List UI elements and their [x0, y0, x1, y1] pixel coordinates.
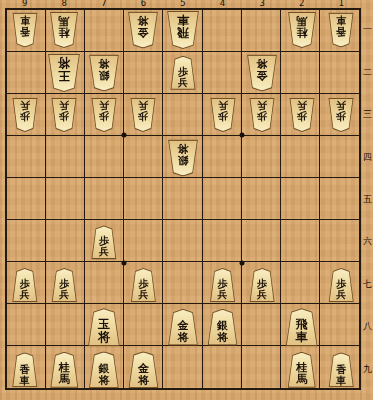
piece-face: 銀 将: [89, 55, 118, 90]
board-cell-2二[interactable]: [281, 52, 320, 94]
piece-kanji: 銀 将: [98, 362, 109, 386]
piece-face: 金 将: [129, 352, 158, 387]
piece-kanji: 歩 兵: [59, 278, 69, 300]
rank-label-8: 八: [363, 321, 372, 331]
piece-kanji: 歩 兵: [218, 100, 228, 122]
board-cell-4一[interactable]: [203, 10, 242, 52]
piece-face: 桂 馬: [288, 353, 315, 387]
piece-kanji: 金 将: [257, 56, 268, 80]
board-cell-3六[interactable]: [242, 220, 281, 262]
piece-kanji: 歩 兵: [257, 278, 267, 300]
piece-face: 飛 車: [168, 12, 199, 48]
piece-face: 歩 兵: [92, 99, 116, 131]
piece-kanji: 香 車: [336, 15, 346, 37]
board-cell-6五[interactable]: [124, 178, 163, 220]
rank-label-4: 四: [363, 152, 372, 162]
file-label-8: 8: [62, 0, 67, 8]
piece-face: 歩 兵: [52, 269, 76, 301]
board-cell-6六[interactable]: [124, 220, 163, 262]
piece-kanji: 銀 将: [217, 320, 228, 344]
board-cell-6二[interactable]: [124, 52, 163, 94]
piece-face: 銀 将: [208, 310, 237, 345]
file-label-6: 6: [141, 0, 146, 8]
piece-kanji: 飛 車: [177, 13, 189, 39]
board-cell-9二[interactable]: [7, 52, 46, 94]
board-cell-1四[interactable]: [320, 136, 359, 178]
file-label-4: 4: [220, 0, 225, 8]
board-cell-1八[interactable]: [320, 304, 359, 346]
piece-kanji: 歩 兵: [99, 100, 109, 122]
star-point: [240, 133, 245, 138]
board-cell-9八[interactable]: [7, 304, 46, 346]
piece-face: 香 車: [13, 353, 37, 386]
board-cell-4四[interactable]: [203, 136, 242, 178]
board-cell-6八[interactable]: [124, 304, 163, 346]
piece-face: 歩 兵: [250, 269, 274, 301]
board-cell-1五[interactable]: [320, 178, 359, 220]
piece-face: 歩 兵: [171, 57, 195, 89]
board-cell-5七[interactable]: [163, 262, 202, 304]
piece-kanji: 桂 馬: [296, 362, 307, 386]
rank-label-9: 九: [363, 364, 372, 374]
piece-kanji: 歩 兵: [59, 100, 69, 122]
piece-face: 歩 兵: [211, 269, 235, 301]
piece-face: 金 将: [248, 55, 277, 90]
piece-kanji: 玉 将: [98, 318, 110, 344]
piece-face: 玉 将: [88, 309, 119, 345]
piece-kanji: 歩 兵: [336, 100, 346, 122]
piece-kanji: 歩 兵: [138, 278, 148, 300]
rank-label-1: 一: [363, 24, 372, 34]
board-cell-9六[interactable]: [7, 220, 46, 262]
rank-label-7: 七: [363, 279, 372, 289]
file-label-2: 2: [299, 0, 304, 8]
piece-face: 歩 兵: [92, 226, 116, 258]
board-cell-4二[interactable]: [203, 52, 242, 94]
board-cell-7七[interactable]: [85, 262, 124, 304]
piece-kanji: 桂 馬: [59, 362, 70, 386]
piece-face: 歩 兵: [131, 269, 155, 301]
piece-kanji: 桂 馬: [59, 14, 70, 38]
piece-face: 歩 兵: [329, 269, 353, 301]
board-cell-8五[interactable]: [46, 178, 85, 220]
piece-kanji: 飛 車: [296, 318, 308, 344]
piece-face: 香 車: [13, 14, 37, 47]
star-point: [121, 133, 126, 138]
board-cell-4六[interactable]: [203, 220, 242, 262]
piece-kanji: 歩 兵: [178, 66, 188, 88]
piece-face: 歩 兵: [13, 269, 37, 301]
board-cell-1六[interactable]: [320, 220, 359, 262]
rank-label-2: 二: [363, 67, 372, 77]
piece-face: 金 将: [169, 310, 198, 345]
shogi-app-screen: 987654321一二三四五六七八九香 車桂 馬金 将飛 車桂 馬香 車王 将銀…: [0, 0, 373, 400]
board-cell-4九[interactable]: [203, 346, 242, 388]
piece-kanji: 桂 馬: [296, 14, 307, 38]
board-cell-3五[interactable]: [242, 178, 281, 220]
piece-face: 銀 将: [169, 140, 198, 175]
piece-face: 香 車: [329, 353, 353, 386]
board-cell-5九[interactable]: [163, 346, 202, 388]
piece-kanji: 王 将: [58, 56, 70, 82]
board-cell-3九[interactable]: [242, 346, 281, 388]
rank-label-3: 三: [363, 109, 372, 119]
piece-face: 飛 車: [286, 309, 317, 345]
star-point: [121, 260, 126, 265]
board-cell-2五[interactable]: [281, 178, 320, 220]
board-cell-9四[interactable]: [7, 136, 46, 178]
board-cell-3八[interactable]: [242, 304, 281, 346]
piece-kanji: 銀 将: [98, 56, 109, 80]
piece-face: 銀 将: [89, 352, 118, 387]
board-cell-7五[interactable]: [85, 178, 124, 220]
file-label-7: 7: [101, 0, 106, 8]
rank-label-5: 五: [363, 194, 372, 204]
board-cell-6四[interactable]: [124, 136, 163, 178]
board-cell-8六[interactable]: [46, 220, 85, 262]
star-point: [240, 260, 245, 265]
piece-kanji: 歩 兵: [20, 278, 30, 300]
board-cell-8八[interactable]: [46, 304, 85, 346]
piece-face: 桂 馬: [51, 353, 78, 387]
piece-kanji: 歩 兵: [218, 278, 228, 300]
file-label-9: 9: [22, 0, 27, 8]
piece-kanji: 金 将: [138, 14, 149, 38]
piece-kanji: 歩 兵: [20, 100, 30, 122]
piece-face: 香 車: [329, 14, 353, 47]
piece-kanji: 香 車: [336, 363, 346, 385]
board-cell-7四[interactable]: [85, 136, 124, 178]
board-cell-3四[interactable]: [242, 136, 281, 178]
board-cell-4五[interactable]: [203, 178, 242, 220]
piece-kanji: 歩 兵: [138, 100, 148, 122]
file-label-3: 3: [259, 0, 264, 8]
board-cell-9五[interactable]: [7, 178, 46, 220]
piece-kanji: 金 将: [178, 320, 189, 344]
board-cell-2四[interactable]: [281, 136, 320, 178]
board-cell-8四[interactable]: [46, 136, 85, 178]
piece-kanji: 歩 兵: [297, 100, 307, 122]
board-cell-5三[interactable]: [163, 94, 202, 136]
piece-face: 歩 兵: [329, 99, 353, 131]
piece-kanji: 歩 兵: [99, 235, 109, 257]
piece-face: 歩 兵: [250, 99, 274, 131]
piece-kanji: 歩 兵: [336, 278, 346, 300]
piece-kanji: 香 車: [20, 15, 30, 37]
piece-kanji: 香 車: [20, 363, 30, 385]
file-label-5: 5: [180, 0, 185, 8]
board-cell-5五[interactable]: [163, 178, 202, 220]
file-label-1: 1: [339, 0, 344, 8]
piece-kanji: 金 将: [138, 362, 149, 386]
board-cell-5六[interactable]: [163, 220, 202, 262]
board-cell-7一[interactable]: [85, 10, 124, 52]
board-cell-2六[interactable]: [281, 220, 320, 262]
rank-label-6: 六: [363, 236, 372, 246]
piece-kanji: 歩 兵: [257, 100, 267, 122]
piece-face: 歩 兵: [13, 99, 37, 131]
piece-kanji: 銀 将: [178, 141, 189, 165]
board-cell-1二[interactable]: [320, 52, 359, 94]
board-cell-2七[interactable]: [281, 262, 320, 304]
board-cell-3一[interactable]: [242, 10, 281, 52]
